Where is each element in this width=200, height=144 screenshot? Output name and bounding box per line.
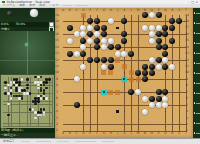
white-stone[interactable]	[149, 12, 155, 18]
move-list-item[interactable]	[193, 108, 200, 118]
winrate-left-value: 0.0%	[1, 23, 9, 26]
status-segment: ————	[102, 140, 114, 143]
move-list-bullet-icon	[194, 72, 196, 74]
white-stone[interactable]	[101, 38, 107, 44]
orange-analysis-mark	[101, 70, 106, 75]
black-stone[interactable]	[128, 51, 134, 57]
toolbar-item[interactable]: ヘルプ	[49, 4, 58, 7]
coord-label-bottom: L	[129, 132, 134, 135]
coord-label-top: J	[115, 9, 120, 12]
graph-current-move-marker	[25, 43, 28, 46]
black-stone[interactable]	[142, 12, 148, 18]
coord-label-left: 8	[55, 84, 60, 87]
hoshi-point	[124, 72, 126, 74]
move-list-text	[196, 123, 199, 124]
orange-analysis-mark	[108, 70, 113, 75]
white-stone[interactable]	[149, 57, 155, 63]
white-stone[interactable]	[74, 51, 80, 57]
coord-label-bottom: F	[95, 132, 100, 135]
black-square-marker	[116, 27, 119, 30]
black-stone[interactable]	[156, 96, 162, 102]
thumb-black-stone	[29, 92, 32, 95]
toolbar-item[interactable]: 表示	[29, 4, 35, 7]
coord-label-right: 16	[185, 33, 190, 36]
status-segment: ———	[21, 140, 30, 143]
coord-label-bottom: M	[136, 132, 141, 135]
white-stone[interactable]	[142, 96, 148, 102]
move-list-item[interactable]	[193, 118, 200, 128]
coord-label-bottom: Q	[163, 132, 168, 135]
toolbar-item[interactable]: 解析	[39, 4, 45, 7]
move-list-text	[196, 23, 199, 24]
thumb-white-stone	[40, 97, 43, 100]
move-list-bullet-icon	[194, 82, 196, 84]
coord-label-bottom: O	[149, 132, 154, 135]
black-stone[interactable]	[149, 70, 155, 76]
toolbar-item[interactable]: ———	[63, 4, 72, 7]
coord-label-right: 13	[185, 52, 190, 55]
orange-analysis-mark	[122, 64, 127, 69]
move-list-text	[196, 83, 199, 84]
move-list-text	[196, 133, 199, 134]
coord-label-left: 16	[55, 33, 60, 36]
coord-label-left: 10	[55, 71, 60, 74]
coord-label-right: 12	[185, 59, 190, 62]
black-player-stone-icon	[7, 11, 12, 16]
teal-suggestion-mark[interactable]	[101, 90, 106, 95]
status-segment: —————	[36, 140, 51, 143]
black-stone[interactable]	[101, 25, 107, 31]
move-list-text	[196, 103, 199, 104]
move-list-bullet-icon	[194, 42, 196, 44]
hoshi-point	[165, 72, 167, 74]
coord-label-right: 1	[185, 129, 190, 132]
move-list-item[interactable]	[193, 128, 200, 138]
move-list-bullet-icon	[194, 122, 196, 124]
coord-label-top: B	[67, 9, 72, 12]
orange-analysis-mark	[81, 13, 86, 18]
coord-label-bottom: G	[101, 132, 106, 135]
black-stone[interactable]	[156, 57, 162, 63]
coord-label-right: 19	[185, 14, 190, 17]
move-list-item[interactable]	[193, 8, 200, 18]
coord-label-left: 18	[55, 20, 60, 23]
white-stone[interactable]	[149, 38, 155, 44]
coord-label-left: 19	[55, 14, 60, 17]
thumb-black-stone	[10, 92, 13, 95]
coord-label-right: 6	[185, 97, 190, 100]
coord-label-bottom: T	[183, 132, 188, 135]
thumb-white-stone	[34, 117, 37, 120]
black-stone[interactable]	[108, 64, 114, 70]
move-list-item[interactable]	[193, 98, 200, 108]
thumb-white-stone	[10, 97, 13, 100]
coord-label-top: H	[108, 9, 113, 12]
status-segment: ————	[57, 140, 69, 143]
black-stone[interactable]	[67, 51, 73, 57]
coord-label-bottom: C	[74, 132, 79, 135]
thumb-white-stone	[40, 114, 43, 117]
black-stone[interactable]	[115, 44, 121, 50]
coord-label-right: 4	[185, 110, 190, 113]
black-stone[interactable]	[101, 57, 107, 63]
orange-analysis-mark	[129, 77, 134, 82]
white-stone[interactable]	[101, 64, 107, 70]
white-stone[interactable]	[169, 64, 175, 70]
coord-label-right: 18	[185, 20, 190, 23]
thumb-black-stone	[7, 114, 10, 117]
black-stone[interactable]	[74, 102, 80, 108]
coord-label-top: E	[88, 9, 93, 12]
coord-label-right: 15	[185, 39, 190, 42]
coord-label-top: M	[136, 9, 141, 12]
coord-label-bottom: E	[88, 132, 93, 135]
coord-label-top: Q	[163, 9, 168, 12]
move-list-text	[196, 93, 199, 94]
move-list-text	[196, 43, 199, 44]
orange-analysis-mark	[115, 58, 120, 63]
thumb-white-stone	[4, 87, 7, 90]
coord-label-left: 2	[55, 123, 60, 126]
toolbar-item[interactable]: 編集	[19, 4, 25, 7]
variation-board[interactable]	[1, 75, 54, 128]
toolbar-item[interactable]: ————	[76, 4, 88, 7]
coord-label-left: 3	[55, 117, 60, 120]
white-stone[interactable]	[74, 31, 80, 37]
black-stone[interactable]	[142, 70, 148, 76]
coord-label-top: F	[95, 9, 100, 12]
thumb-white-stone	[7, 103, 10, 106]
coord-label-right: 9	[185, 78, 190, 81]
coord-label-bottom: H	[108, 132, 113, 135]
coord-label-right: 7	[185, 91, 190, 94]
move-list-bullet-icon	[194, 112, 196, 114]
coord-label-left: 12	[55, 59, 60, 62]
orange-analysis-mark	[115, 90, 120, 95]
move-list-bullet-icon	[194, 22, 196, 24]
coord-label-bottom: D	[81, 132, 86, 135]
coord-label-top: G	[101, 9, 106, 12]
coord-label-top: L	[129, 9, 134, 12]
coord-label-right: 14	[185, 46, 190, 49]
orange-analysis-mark	[108, 90, 113, 95]
move-list-item[interactable]	[193, 38, 200, 48]
move-list-bullet-icon	[194, 102, 196, 104]
coord-label-bottom: B	[67, 132, 72, 135]
thumb-black-stone	[26, 78, 29, 81]
black-stone[interactable]	[142, 64, 148, 70]
thumb-black-stone	[34, 103, 37, 106]
coord-label-right: 8	[185, 84, 190, 87]
coord-label-left: 4	[55, 110, 60, 113]
coord-label-right: 2	[185, 123, 190, 126]
thumb-white-stone	[45, 97, 48, 100]
move-list-bullet-icon	[194, 62, 196, 64]
coord-label-left: 15	[55, 39, 60, 42]
white-stone[interactable]	[108, 38, 114, 44]
white-player-stone-icon	[30, 9, 38, 17]
white-stone[interactable]	[115, 51, 121, 57]
move-list-bullet-icon	[194, 92, 196, 94]
black-stone[interactable]	[149, 96, 155, 102]
graph-mid-line	[0, 60, 55, 61]
white-stone[interactable]	[156, 64, 162, 70]
coord-label-right: 17	[185, 26, 190, 29]
toolbar-item[interactable]: ファイル	[3, 4, 15, 7]
black-stone[interactable]	[156, 89, 162, 95]
status-segment: ———————	[75, 140, 96, 143]
move-list-text	[196, 73, 199, 74]
main-go-board[interactable]: AABBCCDDEEFFGGHHJJKKLLMMNNOOPPQQRRSSTT19…	[55, 8, 193, 138]
white-stone[interactable]	[156, 102, 162, 108]
move-list-text	[196, 113, 199, 114]
move-list-item[interactable]	[193, 78, 200, 88]
move-list-bullet-icon	[194, 12, 196, 14]
thumb-black-stone	[40, 89, 43, 92]
coord-label-left: 14	[55, 46, 60, 49]
black-square-marker	[116, 110, 119, 113]
black-stone[interactable]	[108, 57, 114, 63]
coord-label-left: 13	[55, 52, 60, 55]
white-stone[interactable]	[67, 38, 73, 44]
white-stone[interactable]	[142, 109, 148, 115]
move-list-bullet-icon	[194, 132, 196, 134]
move-list-item[interactable]	[193, 28, 200, 38]
coord-label-bottom: P	[156, 132, 161, 135]
black-stone[interactable]	[156, 12, 162, 18]
coord-label-top: R	[170, 9, 175, 12]
move-list-item[interactable]	[193, 58, 200, 68]
coord-label-top: C	[74, 9, 79, 12]
status-segment: 準備完了	[3, 140, 15, 143]
coord-label-right: 11	[185, 65, 190, 68]
white-stone[interactable]	[149, 102, 155, 108]
graph-center-line	[27, 31, 28, 75]
move-list-bullet-icon	[194, 52, 196, 54]
black-stone[interactable]	[169, 38, 175, 44]
black-stone[interactable]	[156, 38, 162, 44]
orange-analysis-mark	[136, 77, 141, 82]
coord-label-bottom: R	[170, 132, 175, 135]
black-stone[interactable]	[156, 44, 162, 50]
black-stone[interactable]	[108, 44, 114, 50]
thumb-black-stone	[48, 78, 51, 81]
move-list-text	[196, 63, 199, 64]
move-list-bullet-icon	[194, 32, 196, 34]
thumb-white-stone	[43, 114, 46, 117]
coord-label-left: 11	[55, 65, 60, 68]
winrate-graph[interactable]	[0, 31, 55, 75]
coord-label-top: S	[177, 9, 182, 12]
teal-suggestion-mark[interactable]	[122, 77, 127, 82]
move-list-item[interactable]	[193, 68, 200, 78]
variation-board-grid	[3, 77, 53, 127]
black-stone[interactable]	[149, 64, 155, 70]
coord-label-bottom: S	[177, 132, 182, 135]
black-stone[interactable]	[162, 64, 168, 70]
move-list-text	[196, 53, 199, 54]
thumb-black-stone	[21, 97, 24, 100]
winrate-mid-value: 50.0%	[16, 23, 26, 26]
thumb-black-stone	[40, 76, 43, 79]
coord-label-left: 7	[55, 91, 60, 94]
thumb-black-stone	[26, 87, 29, 90]
coord-label-left: 5	[55, 104, 60, 107]
coord-label-bottom: N	[142, 132, 147, 135]
move-list-item[interactable]	[193, 48, 200, 58]
analysis-panel: 0.0% 50.0% 待機中 変化図（解析中） 一時停止中…	[0, 8, 55, 138]
coord-label-right: 5	[185, 104, 190, 107]
coord-label-left: 9	[55, 78, 60, 81]
coord-label-left: 1	[55, 129, 60, 132]
white-stone[interactable]	[149, 25, 155, 31]
coord-label-left: 6	[55, 97, 60, 100]
black-stone[interactable]	[67, 25, 73, 31]
thumb-black-stone	[45, 87, 48, 90]
white-stone[interactable]	[142, 25, 148, 31]
coord-label-bottom: A	[61, 132, 66, 135]
coord-label-bottom: K	[122, 132, 127, 135]
thumb-black-stone	[26, 84, 29, 87]
black-stone[interactable]	[156, 31, 162, 37]
thumb-black-stone	[37, 100, 40, 103]
move-list-item[interactable]	[193, 18, 200, 28]
orange-analysis-mark	[129, 70, 134, 75]
thumb-white-stone	[21, 78, 24, 81]
black-stone[interactable]	[94, 38, 100, 44]
move-list-item[interactable]	[193, 88, 200, 98]
coord-label-top: D	[81, 9, 86, 12]
coord-label-bottom: J	[115, 132, 120, 135]
status-bar: 準備完了———————————————————————	[0, 138, 200, 144]
move-list-text	[196, 33, 199, 34]
coord-label-top: K	[122, 9, 127, 12]
coord-label-right: 10	[185, 71, 190, 74]
move-list-text	[196, 13, 199, 14]
coord-label-top: A	[61, 9, 66, 12]
coord-label-left: 17	[55, 26, 60, 29]
black-stone[interactable]	[94, 25, 100, 31]
white-stone[interactable]	[156, 25, 162, 31]
move-list-strip[interactable]	[193, 8, 200, 138]
coord-label-top: T	[183, 9, 188, 12]
thumb-black-stone	[45, 81, 48, 84]
coord-label-right: 3	[185, 117, 190, 120]
